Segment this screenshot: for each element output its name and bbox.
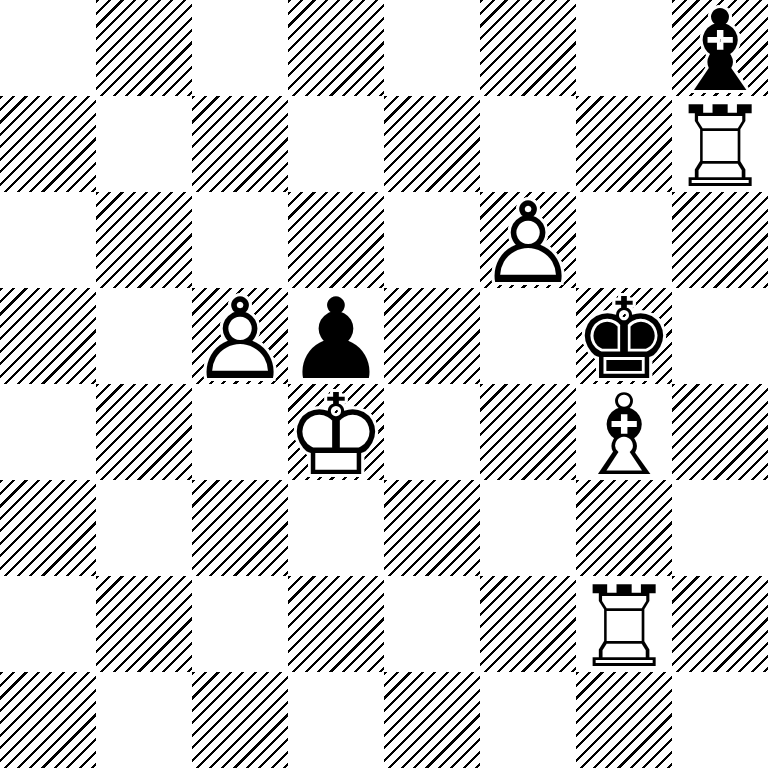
square-c2[interactable] xyxy=(192,576,288,672)
square-h6[interactable] xyxy=(672,192,768,288)
square-g1[interactable] xyxy=(576,672,672,768)
square-a3[interactable] xyxy=(0,480,96,576)
square-e6[interactable] xyxy=(384,192,480,288)
square-f3[interactable] xyxy=(480,480,576,576)
square-d5[interactable]: ♟♟ xyxy=(288,288,384,384)
square-h2[interactable] xyxy=(672,576,768,672)
white-pawn: ♙ xyxy=(192,291,288,387)
square-h8[interactable]: ♝♝ xyxy=(672,0,768,96)
chess-board: ♝♝♜♖♟♙♟♙♟♟♚♚♚♔♝♗♜♖ xyxy=(0,0,768,768)
square-b1[interactable] xyxy=(96,672,192,768)
square-h1[interactable] xyxy=(672,672,768,768)
square-a2[interactable] xyxy=(0,576,96,672)
square-b4[interactable] xyxy=(96,384,192,480)
square-d7[interactable] xyxy=(288,96,384,192)
square-a1[interactable] xyxy=(0,672,96,768)
black-pawn-halo: ♟ xyxy=(288,291,384,387)
white-pawn-halo: ♟ xyxy=(192,291,288,387)
square-h5[interactable] xyxy=(672,288,768,384)
square-b7[interactable] xyxy=(96,96,192,192)
square-f6[interactable]: ♟♙ xyxy=(480,192,576,288)
white-king-halo: ♚ xyxy=(288,387,384,483)
square-f7[interactable] xyxy=(480,96,576,192)
square-h7[interactable]: ♜♖ xyxy=(672,96,768,192)
square-e5[interactable] xyxy=(384,288,480,384)
square-f5[interactable] xyxy=(480,288,576,384)
square-e1[interactable] xyxy=(384,672,480,768)
white-rook-halo: ♜ xyxy=(576,579,672,675)
square-f4[interactable] xyxy=(480,384,576,480)
square-e7[interactable] xyxy=(384,96,480,192)
square-a5[interactable] xyxy=(0,288,96,384)
white-bishop-halo: ♝ xyxy=(576,387,672,483)
square-d3[interactable] xyxy=(288,480,384,576)
black-king: ♚ xyxy=(576,291,672,387)
square-b5[interactable] xyxy=(96,288,192,384)
square-a8[interactable] xyxy=(0,0,96,96)
black-king-halo: ♚ xyxy=(576,291,672,387)
square-e3[interactable] xyxy=(384,480,480,576)
square-d8[interactable] xyxy=(288,0,384,96)
square-d6[interactable] xyxy=(288,192,384,288)
square-b8[interactable] xyxy=(96,0,192,96)
square-f8[interactable] xyxy=(480,0,576,96)
square-g8[interactable] xyxy=(576,0,672,96)
square-g5[interactable]: ♚♚ xyxy=(576,288,672,384)
white-king: ♔ xyxy=(288,387,384,483)
square-b3[interactable] xyxy=(96,480,192,576)
square-d1[interactable] xyxy=(288,672,384,768)
square-b2[interactable] xyxy=(96,576,192,672)
white-rook-halo: ♜ xyxy=(672,99,768,195)
white-pawn-halo: ♟ xyxy=(480,195,576,291)
square-g2[interactable]: ♜♖ xyxy=(576,576,672,672)
square-f1[interactable] xyxy=(480,672,576,768)
square-c6[interactable] xyxy=(192,192,288,288)
square-c7[interactable] xyxy=(192,96,288,192)
square-c1[interactable] xyxy=(192,672,288,768)
square-a6[interactable] xyxy=(0,192,96,288)
square-h3[interactable] xyxy=(672,480,768,576)
square-e8[interactable] xyxy=(384,0,480,96)
white-pawn: ♙ xyxy=(480,195,576,291)
square-a7[interactable] xyxy=(0,96,96,192)
square-d4[interactable]: ♚♔ xyxy=(288,384,384,480)
square-a4[interactable] xyxy=(0,384,96,480)
white-rook: ♖ xyxy=(672,99,768,195)
white-rook: ♖ xyxy=(576,579,672,675)
black-pawn: ♟ xyxy=(288,291,384,387)
square-c3[interactable] xyxy=(192,480,288,576)
square-e2[interactable] xyxy=(384,576,480,672)
square-d2[interactable] xyxy=(288,576,384,672)
square-g7[interactable] xyxy=(576,96,672,192)
black-bishop-halo: ♝ xyxy=(672,3,768,99)
square-h4[interactable] xyxy=(672,384,768,480)
black-bishop: ♝ xyxy=(672,3,768,99)
square-g4[interactable]: ♝♗ xyxy=(576,384,672,480)
square-c5[interactable]: ♟♙ xyxy=(192,288,288,384)
square-c8[interactable] xyxy=(192,0,288,96)
square-g6[interactable] xyxy=(576,192,672,288)
square-c4[interactable] xyxy=(192,384,288,480)
square-b6[interactable] xyxy=(96,192,192,288)
square-e4[interactable] xyxy=(384,384,480,480)
white-bishop: ♗ xyxy=(576,387,672,483)
square-g3[interactable] xyxy=(576,480,672,576)
square-f2[interactable] xyxy=(480,576,576,672)
